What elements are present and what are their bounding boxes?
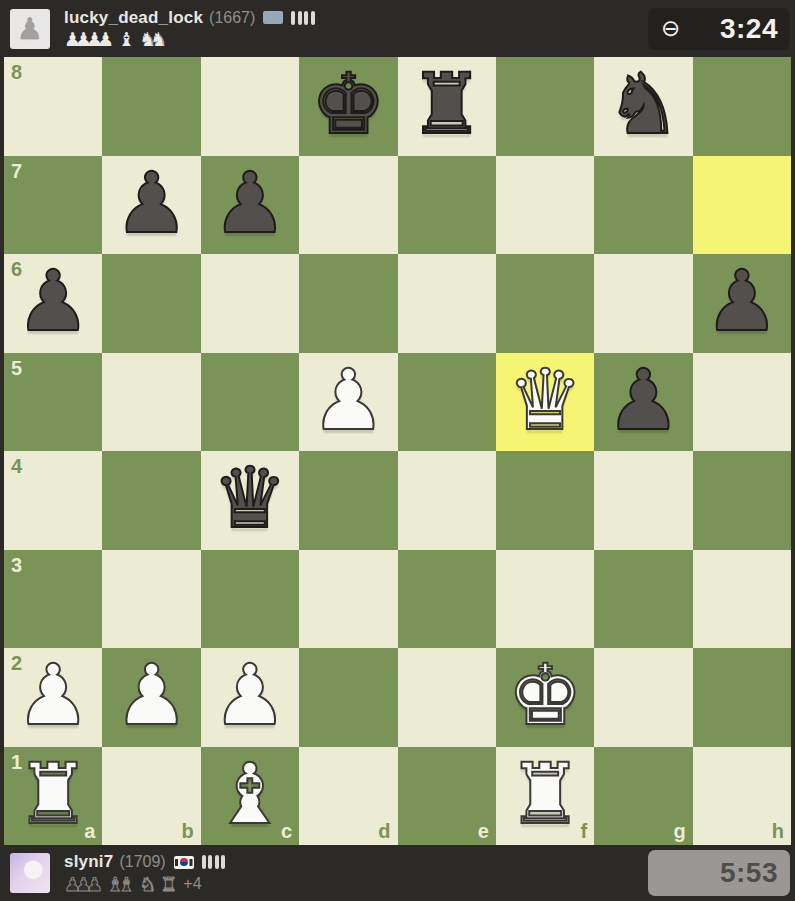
square-h2[interactable] [693,648,791,747]
captured-bishop: ♝ [118,30,129,49]
square-h4[interactable] [693,451,791,550]
square-f8[interactable] [496,57,594,156]
square-g3[interactable] [594,550,692,649]
captured-knight: ♞ [139,875,150,894]
file-label-e: e [478,821,489,841]
square-b3[interactable] [102,550,200,649]
square-d2[interactable] [299,648,397,747]
top-player-avatar[interactable]: ♟ [10,9,50,49]
square-a2[interactable]: 2♟ [4,648,102,747]
captured-knights: ♞♞ [139,30,161,49]
bottom-player-bar: slyni7 (1709) ♟♟♟ ♝♝ ♞ ♜ +4 5:53 [0,845,795,901]
square-a6[interactable]: 6♟ [4,254,102,353]
piece-white-pawn[interactable]: ♟ [16,653,91,737]
piece-white-bishop[interactable]: ♝ [212,752,287,836]
square-d1[interactable]: d [299,747,397,846]
square-a3[interactable]: 3 [4,550,102,649]
square-b1[interactable]: b [102,747,200,846]
square-d8[interactable]: ♚ [299,57,397,156]
square-d3[interactable] [299,550,397,649]
chess-board: 8♚♜♞7♟♟6♟♟5♟♛♟4♛32♟♟♟♚1a♜bc♝def♜gh [4,57,791,845]
square-d4[interactable] [299,451,397,550]
bottom-player-name[interactable]: slyni7 [64,852,113,872]
square-f1[interactable]: f♜ [496,747,594,846]
square-b6[interactable] [102,254,200,353]
piece-black-knight[interactable]: ♞ [606,62,681,146]
top-player-bar: ♟ lucky_dead_lock (1667) ♟♟♟♟ ♝ ♞♞ ⊖ 3:2… [0,0,795,57]
piece-white-king[interactable]: ♚ [507,653,582,737]
piece-white-pawn[interactable]: ♟ [114,653,189,737]
rank-label-7: 7 [11,161,22,181]
square-e3[interactable] [398,550,496,649]
square-a5[interactable]: 5 [4,353,102,452]
square-e2[interactable] [398,648,496,747]
piece-black-king[interactable]: ♚ [311,62,386,146]
square-g5[interactable]: ♟ [594,353,692,452]
bottom-player-rating: (1709) [119,853,165,871]
square-h6[interactable]: ♟ [693,254,791,353]
square-d5[interactable]: ♟ [299,353,397,452]
square-g7[interactable] [594,156,692,255]
captured-bishops: ♝♝ [107,875,129,894]
circled-minus-icon: ⊖ [661,17,680,40]
rank-label-8: 8 [11,62,22,82]
square-h5[interactable] [693,353,791,452]
square-c2[interactable]: ♟ [201,648,299,747]
top-player-flag-icon [263,11,283,24]
square-h8[interactable] [693,57,791,156]
square-g1[interactable]: g [594,747,692,846]
connection-signal-icon [202,855,226,869]
square-a1[interactable]: 1a♜ [4,747,102,846]
square-c4[interactable]: ♛ [201,451,299,550]
square-b2[interactable]: ♟ [102,648,200,747]
square-d6[interactable] [299,254,397,353]
piece-black-pawn[interactable]: ♟ [212,161,287,245]
file-label-h: h [772,821,784,841]
square-g4[interactable] [594,451,692,550]
piece-white-rook[interactable]: ♜ [16,752,91,836]
square-f7[interactable] [496,156,594,255]
piece-white-queen[interactable]: ♛ [507,358,582,442]
bottom-captured-pieces: ♟♟♟ ♝♝ ♞ ♜ +4 [64,873,648,895]
piece-white-pawn[interactable]: ♟ [311,358,386,442]
file-label-b: b [182,821,194,841]
square-g8[interactable]: ♞ [594,57,692,156]
square-f5[interactable]: ♛ [496,353,594,452]
square-c5[interactable] [201,353,299,452]
bottom-clock-time: 5:53 [720,857,778,889]
south-korea-flag-icon [174,856,194,869]
piece-black-pawn[interactable]: ♟ [704,259,779,343]
square-e7[interactable] [398,156,496,255]
square-c3[interactable] [201,550,299,649]
top-clock-time: 3:24 [720,13,778,45]
square-c8[interactable] [201,57,299,156]
square-e1[interactable]: e [398,747,496,846]
piece-white-pawn[interactable]: ♟ [212,653,287,737]
rank-label-4: 4 [11,456,22,476]
connection-signal-icon [291,11,315,25]
square-e8[interactable]: ♜ [398,57,496,156]
bottom-player-clock: 5:53 [648,850,790,896]
captured-rook: ♜ [160,875,171,894]
square-c6[interactable] [201,254,299,353]
square-h1[interactable]: h [693,747,791,846]
piece-white-rook[interactable]: ♜ [507,752,582,836]
top-player-name[interactable]: lucky_dead_lock [64,8,203,28]
top-player-clock: ⊖ 3:24 [648,8,790,50]
top-captured-pieces: ♟♟♟♟ ♝ ♞♞ [64,29,648,51]
file-label-d: d [378,821,390,841]
square-f4[interactable] [496,451,594,550]
square-f3[interactable] [496,550,594,649]
bottom-player-avatar[interactable] [10,853,50,893]
captured-pawns: ♟♟♟ [64,875,97,894]
piece-black-pawn[interactable]: ♟ [606,358,681,442]
square-e6[interactable] [398,254,496,353]
piece-black-queen[interactable]: ♛ [212,456,287,540]
piece-black-pawn[interactable]: ♟ [16,259,91,343]
piece-black-pawn[interactable]: ♟ [114,161,189,245]
square-e4[interactable] [398,451,496,550]
square-c7[interactable]: ♟ [201,156,299,255]
captured-pawns: ♟♟♟♟ [64,30,108,49]
square-f2[interactable]: ♚ [496,648,594,747]
square-e5[interactable] [398,353,496,452]
bottom-player-info: slyni7 (1709) ♟♟♟ ♝♝ ♞ ♜ +4 [64,851,648,895]
square-b8[interactable] [102,57,200,156]
square-a8[interactable]: 8 [4,57,102,156]
square-b4[interactable] [102,451,200,550]
square-h7[interactable] [693,156,791,255]
rank-label-5: 5 [11,358,22,378]
square-g6[interactable] [594,254,692,353]
piece-black-rook[interactable]: ♜ [409,62,484,146]
square-a7[interactable]: 7 [4,156,102,255]
square-c1[interactable]: c♝ [201,747,299,846]
pawn-avatar-icon: ♟ [17,14,44,44]
square-g2[interactable] [594,648,692,747]
top-player-rating: (1667) [209,9,255,27]
square-b7[interactable]: ♟ [102,156,200,255]
square-h3[interactable] [693,550,791,649]
file-label-g: g [673,821,685,841]
square-a4[interactable]: 4 [4,451,102,550]
top-player-info: lucky_dead_lock (1667) ♟♟♟♟ ♝ ♞♞ [64,7,648,51]
square-f6[interactable] [496,254,594,353]
square-b5[interactable] [102,353,200,452]
material-advantage: +4 [183,876,201,892]
square-d7[interactable] [299,156,397,255]
rank-label-3: 3 [11,555,22,575]
